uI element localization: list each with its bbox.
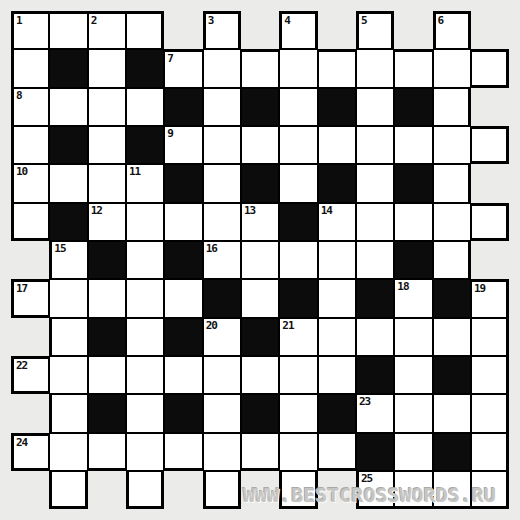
white-cell-r4-c3[interactable]: 11 (126, 164, 164, 202)
white-cell-r12-c9[interactable]: 25 (356, 471, 394, 509)
black-cell-r5-c7 (279, 203, 317, 241)
white-cell-r7-c3[interactable] (126, 279, 164, 317)
white-cell-r5-c8[interactable]: 14 (318, 203, 356, 241)
black-cell-r2-c8 (318, 88, 356, 126)
clue-number-3: 3 (208, 15, 214, 26)
white-cell-r1-c12[interactable] (471, 49, 509, 87)
white-cell-r11-c4[interactable] (164, 433, 202, 471)
white-cell-r4-c9[interactable] (356, 164, 394, 202)
white-cell-r10-c3[interactable] (126, 394, 164, 432)
white-cell-r12-c3[interactable] (126, 471, 164, 509)
white-cell-r8-c10[interactable] (394, 318, 432, 356)
white-cell-r9-c2[interactable] (88, 356, 126, 394)
white-cell-r9-c1[interactable] (49, 356, 87, 394)
black-cell-r10-c8 (318, 394, 356, 432)
clue-number-20: 20 (206, 320, 217, 331)
white-cell-r5-c2[interactable]: 12 (88, 203, 126, 241)
void-cell (11, 318, 49, 356)
void-cell (471, 11, 509, 49)
black-cell-r8-c2 (88, 318, 126, 356)
white-cell-r4-c2[interactable] (88, 164, 126, 202)
clue-number-21: 21 (282, 320, 293, 331)
white-cell-r6-c8[interactable] (318, 241, 356, 279)
black-cell-r10-c4 (164, 394, 202, 432)
white-cell-r4-c0[interactable]: 10 (11, 164, 49, 202)
white-cell-r1-c7[interactable] (279, 49, 317, 87)
white-cell-r7-c2[interactable] (88, 279, 126, 317)
white-cell-r9-c8[interactable] (318, 356, 356, 394)
white-cell-r12-c11[interactable] (433, 471, 471, 509)
white-cell-r5-c6[interactable]: 13 (241, 203, 279, 241)
void-cell (11, 394, 49, 432)
black-cell-r9-c9 (356, 356, 394, 394)
white-cell-r2-c1[interactable] (49, 88, 87, 126)
white-cell-r3-c11[interactable] (433, 126, 471, 164)
black-cell-r6-c10 (394, 241, 432, 279)
white-cell-r12-c1[interactable] (49, 471, 87, 509)
white-cell-r9-c6[interactable] (241, 356, 279, 394)
white-cell-r11-c6[interactable] (241, 433, 279, 471)
white-cell-r0-c1[interactable] (49, 11, 87, 49)
white-cell-r11-c7[interactable] (279, 433, 317, 471)
white-cell-r7-c10[interactable]: 18 (394, 279, 432, 317)
black-cell-r4-c4 (164, 164, 202, 202)
white-cell-r7-c1[interactable] (49, 279, 87, 317)
void-cell (318, 471, 356, 509)
white-cell-r6-c9[interactable] (356, 241, 394, 279)
white-cell-r6-c11[interactable] (433, 241, 471, 279)
white-cell-r1-c4[interactable]: 7 (164, 49, 202, 87)
white-cell-r12-c10[interactable] (394, 471, 432, 509)
white-cell-r10-c5[interactable] (203, 394, 241, 432)
black-cell-r4-c10 (394, 164, 432, 202)
white-cell-r12-c7[interactable] (279, 471, 317, 509)
white-cell-r5-c4[interactable] (164, 203, 202, 241)
white-cell-r0-c7[interactable]: 4 (279, 11, 317, 49)
crossword-page: 1234567891011121314151617181920212223242… (0, 0, 520, 520)
white-cell-r1-c6[interactable] (241, 49, 279, 87)
void-cell (471, 241, 509, 279)
white-cell-r11-c8[interactable] (318, 433, 356, 471)
clue-number-23: 23 (359, 396, 370, 407)
white-cell-r4-c7[interactable] (279, 164, 317, 202)
white-cell-r1-c5[interactable] (203, 49, 241, 87)
void-cell (164, 11, 202, 49)
white-cell-r7-c8[interactable] (318, 279, 356, 317)
white-cell-r5-c3[interactable] (126, 203, 164, 241)
white-cell-r3-c10[interactable] (394, 126, 432, 164)
clue-number-6: 6 (438, 15, 444, 26)
white-cell-r2-c3[interactable] (126, 88, 164, 126)
white-cell-r8-c9[interactable] (356, 318, 394, 356)
white-cell-r10-c9[interactable]: 23 (356, 394, 394, 432)
white-cell-r2-c0[interactable]: 8 (11, 88, 49, 126)
white-cell-r5-c5[interactable] (203, 203, 241, 241)
white-cell-r3-c5[interactable] (203, 126, 241, 164)
white-cell-r9-c5[interactable] (203, 356, 241, 394)
white-cell-r1-c8[interactable] (318, 49, 356, 87)
white-cell-r8-c8[interactable] (318, 318, 356, 356)
black-cell-r11-c9 (356, 433, 394, 471)
white-cell-r2-c2[interactable] (88, 88, 126, 126)
white-cell-r11-c12[interactable] (471, 433, 509, 471)
white-cell-r11-c0[interactable]: 24 (11, 433, 49, 471)
white-cell-r3-c0[interactable] (11, 126, 49, 164)
clue-number-25: 25 (361, 473, 372, 484)
white-cell-r12-c5[interactable] (203, 471, 241, 509)
clue-number-1: 1 (16, 15, 22, 26)
white-cell-r3-c12[interactable] (471, 126, 509, 164)
white-cell-r0-c9[interactable]: 5 (356, 11, 394, 49)
clue-number-13: 13 (244, 205, 255, 216)
white-cell-r8-c12[interactable] (471, 318, 509, 356)
clue-number-16: 16 (206, 243, 217, 254)
void-cell (471, 88, 509, 126)
white-cell-r8-c7[interactable]: 21 (279, 318, 317, 356)
white-cell-r5-c9[interactable] (356, 203, 394, 241)
clue-number-18: 18 (397, 281, 408, 292)
black-cell-r2-c10 (394, 88, 432, 126)
black-cell-r4-c6 (241, 164, 279, 202)
white-cell-r10-c1[interactable] (49, 394, 87, 432)
white-cell-r11-c2[interactable] (88, 433, 126, 471)
white-cell-r2-c5[interactable] (203, 88, 241, 126)
clue-number-24: 24 (16, 437, 27, 448)
white-cell-r9-c4[interactable] (164, 356, 202, 394)
white-cell-r1-c9[interactable] (356, 49, 394, 87)
white-cell-r10-c10[interactable] (394, 394, 432, 432)
black-cell-r4-c8 (318, 164, 356, 202)
white-cell-r7-c0[interactable]: 17 (11, 279, 49, 317)
black-cell-r6-c4 (164, 241, 202, 279)
white-cell-r5-c10[interactable] (394, 203, 432, 241)
white-cell-r10-c7[interactable] (279, 394, 317, 432)
white-cell-r11-c1[interactable] (49, 433, 87, 471)
white-cell-r3-c6[interactable] (241, 126, 279, 164)
black-cell-r7-c5 (203, 279, 241, 317)
white-cell-r6-c5[interactable]: 16 (203, 241, 241, 279)
void-cell (88, 471, 126, 509)
white-cell-r7-c6[interactable] (241, 279, 279, 317)
void-cell (241, 471, 279, 509)
clue-number-11: 11 (129, 166, 140, 177)
white-cell-r4-c11[interactable] (433, 164, 471, 202)
clue-number-17: 17 (16, 283, 27, 294)
white-cell-r11-c10[interactable] (394, 433, 432, 471)
black-cell-r7-c11 (433, 279, 471, 317)
clue-number-9: 9 (167, 128, 173, 139)
void-cell (318, 11, 356, 49)
white-cell-r2-c7[interactable] (279, 88, 317, 126)
void-cell (471, 164, 509, 202)
white-cell-r6-c1[interactable]: 15 (49, 241, 87, 279)
white-cell-r9-c0[interactable]: 22 (11, 356, 49, 394)
white-cell-r8-c1[interactable] (49, 318, 87, 356)
clue-number-4: 4 (284, 15, 290, 26)
white-cell-r11-c3[interactable] (126, 433, 164, 471)
white-cell-r6-c3[interactable] (126, 241, 164, 279)
white-cell-r0-c3[interactable] (126, 11, 164, 49)
black-cell-r5-c1 (49, 203, 87, 241)
white-cell-r9-c7[interactable] (279, 356, 317, 394)
white-cell-r6-c6[interactable] (241, 241, 279, 279)
void-cell (164, 471, 202, 509)
clue-number-15: 15 (54, 243, 65, 254)
white-cell-r8-c11[interactable] (433, 318, 471, 356)
white-cell-r3-c9[interactable] (356, 126, 394, 164)
void-cell (394, 11, 432, 49)
clue-number-22: 22 (16, 360, 27, 371)
white-cell-r0-c11[interactable]: 6 (433, 11, 471, 49)
white-cell-r0-c0[interactable]: 1 (11, 11, 49, 49)
black-cell-r1-c3 (126, 49, 164, 87)
white-cell-r3-c2[interactable] (88, 126, 126, 164)
white-cell-r6-c7[interactable] (279, 241, 317, 279)
black-cell-r7-c9 (356, 279, 394, 317)
clue-number-14: 14 (321, 205, 332, 216)
white-cell-r4-c5[interactable] (203, 164, 241, 202)
white-cell-r10-c11[interactable] (433, 394, 471, 432)
clue-number-10: 10 (16, 166, 27, 177)
white-cell-r10-c12[interactable] (471, 394, 509, 432)
black-cell-r10-c2 (88, 394, 126, 432)
white-cell-r8-c5[interactable]: 20 (203, 318, 241, 356)
white-cell-r4-c1[interactable] (49, 164, 87, 202)
white-cell-r12-c12[interactable] (471, 471, 509, 509)
white-cell-r0-c2[interactable]: 2 (88, 11, 126, 49)
black-cell-r2-c6 (241, 88, 279, 126)
white-cell-r3-c8[interactable] (318, 126, 356, 164)
black-cell-r7-c7 (279, 279, 317, 317)
black-cell-r9-c11 (433, 356, 471, 394)
clue-number-5: 5 (361, 15, 367, 26)
black-cell-r10-c6 (241, 394, 279, 432)
white-cell-r5-c11[interactable] (433, 203, 471, 241)
white-cell-r7-c4[interactable] (164, 279, 202, 317)
white-cell-r9-c12[interactable] (471, 356, 509, 394)
white-cell-r9-c3[interactable] (126, 356, 164, 394)
clue-number-8: 8 (16, 90, 22, 101)
black-cell-r11-c11 (433, 433, 471, 471)
black-cell-r6-c2 (88, 241, 126, 279)
white-cell-r0-c5[interactable]: 3 (203, 11, 241, 49)
clue-number-2: 2 (91, 15, 97, 26)
white-cell-r11-c5[interactable] (203, 433, 241, 471)
white-cell-r8-c3[interactable] (126, 318, 164, 356)
white-cell-r3-c7[interactable] (279, 126, 317, 164)
black-cell-r3-c1 (49, 126, 87, 164)
white-cell-r3-c4[interactable]: 9 (164, 126, 202, 164)
white-cell-r1-c0[interactable] (11, 49, 49, 87)
void-cell (11, 471, 49, 509)
white-cell-r1-c11[interactable] (433, 49, 471, 87)
white-cell-r7-c12[interactable]: 19 (471, 279, 509, 317)
black-cell-r2-c4 (164, 88, 202, 126)
white-cell-r5-c12[interactable] (471, 203, 509, 241)
white-cell-r5-c0[interactable] (11, 203, 49, 241)
white-cell-r1-c2[interactable] (88, 49, 126, 87)
black-cell-r1-c1 (49, 49, 87, 87)
white-cell-r9-c10[interactable] (394, 356, 432, 394)
black-cell-r8-c4 (164, 318, 202, 356)
clue-number-7: 7 (167, 53, 173, 64)
crossword-grid: 1234567891011121314151617181920212223242… (11, 11, 509, 509)
white-cell-r2-c11[interactable] (433, 88, 471, 126)
white-cell-r2-c9[interactable] (356, 88, 394, 126)
black-cell-r3-c3 (126, 126, 164, 164)
white-cell-r1-c10[interactable] (394, 49, 432, 87)
clue-number-19: 19 (474, 283, 485, 294)
black-cell-r8-c6 (241, 318, 279, 356)
void-cell (241, 11, 279, 49)
clue-number-12: 12 (91, 205, 102, 216)
void-cell (11, 241, 49, 279)
